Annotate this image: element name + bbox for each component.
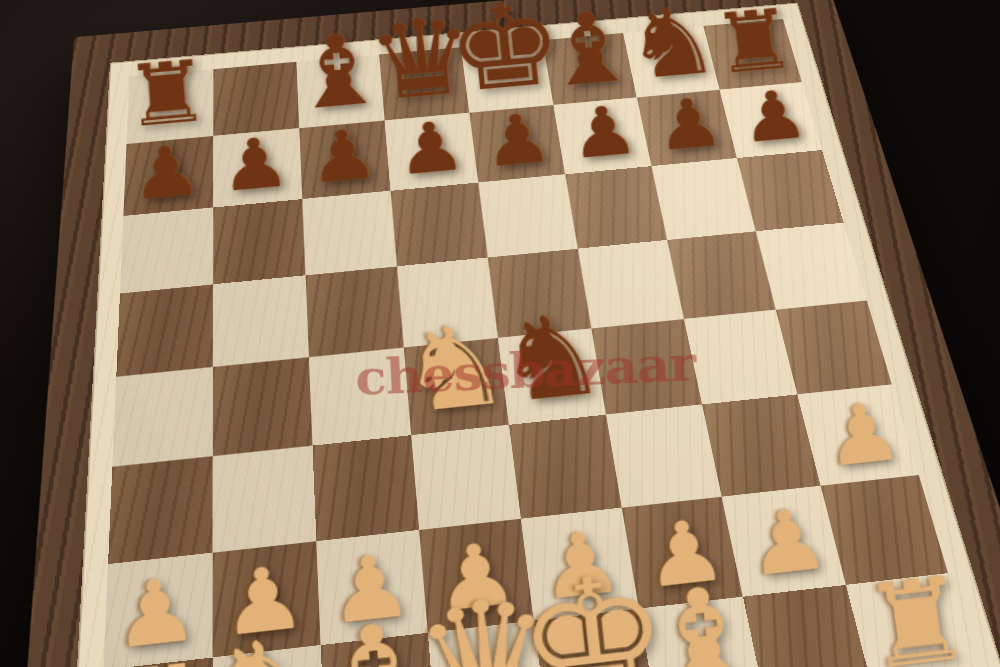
square-g5[interactable]	[667, 231, 776, 319]
square-b3[interactable]	[213, 446, 317, 553]
square-f6[interactable]	[565, 166, 667, 248]
black-pawn-g7[interactable]: ♟	[652, 87, 727, 161]
square-e6[interactable]	[478, 174, 578, 257]
photo-stage: ♜♝♛♚♝♞♜♟♟♟♟♟♟♟♟♞♞♟♟♟♟♟♟♟♟♜♞♝♛♚♝♜ chessba…	[0, 0, 1000, 667]
black-pawn-b7[interactable]: ♟	[218, 127, 293, 203]
board-perspective-wrap: ♜♝♛♚♝♞♜♟♟♟♟♟♟♟♟♞♞♟♟♟♟♟♟♟♟♜♞♝♛♚♝♜	[12, 0, 1000, 667]
board-frame: ♜♝♛♚♝♞♜♟♟♟♟♟♟♟♟♞♞♟♟♟♟♟♟♟♟♜♞♝♛♚♝♜	[12, 0, 1000, 667]
black-pawn-c7[interactable]: ♟	[306, 119, 381, 194]
square-d7[interactable]: ♟	[385, 113, 479, 191]
square-c4[interactable]	[309, 348, 411, 446]
black-pawn-f7[interactable]: ♟	[566, 95, 641, 169]
white-bishop-f1[interactable]: ♝	[632, 565, 773, 667]
square-h7[interactable]: ♟	[720, 82, 822, 158]
black-pawn-d7[interactable]: ♟	[393, 111, 468, 186]
square-h6[interactable]	[737, 150, 844, 231]
white-rook-h1[interactable]: ♜	[856, 560, 978, 667]
square-a4[interactable]	[112, 367, 213, 467]
white-pawn-h3[interactable]: ♟	[819, 390, 907, 479]
square-b6[interactable]	[213, 199, 305, 284]
white-rook-a1[interactable]: ♜	[92, 646, 213, 667]
square-e4[interactable]: ♞	[498, 329, 606, 425]
square-d3[interactable]	[411, 425, 521, 530]
square-c5[interactable]	[305, 266, 403, 357]
square-b4[interactable]	[213, 357, 313, 456]
square-a1[interactable]: ♜	[98, 658, 212, 667]
square-c6[interactable]	[302, 191, 397, 275]
black-pawn-h7[interactable]: ♟	[736, 80, 811, 153]
square-d6[interactable]	[391, 183, 488, 267]
photo-scene: ♜♝♛♚♝♞♜♟♟♟♟♟♟♟♟♞♞♟♟♟♟♟♟♟♟♜♞♝♛♚♝♜	[0, 0, 1000, 667]
square-a3[interactable]	[108, 456, 213, 564]
black-pawn-a7[interactable]: ♟	[129, 135, 204, 211]
square-b7[interactable]: ♟	[213, 128, 302, 207]
square-g3[interactable]	[702, 394, 821, 496]
square-f7[interactable]: ♟	[553, 97, 651, 174]
black-knight-e4[interactable]: ♞	[490, 296, 612, 420]
chess-board: ♜♝♛♚♝♞♜♟♟♟♟♟♟♟♟♞♞♟♟♟♟♟♟♟♟♜♞♝♛♚♝♜	[98, 19, 980, 667]
square-h5[interactable]	[756, 223, 867, 310]
square-a6[interactable]	[120, 208, 213, 294]
square-h1[interactable]: ♜	[846, 573, 980, 667]
square-f3[interactable]	[606, 404, 722, 507]
square-a5[interactable]	[116, 284, 213, 376]
black-rook-h8[interactable]: ♜	[708, 0, 801, 86]
black-rook-a8[interactable]: ♜	[121, 47, 213, 140]
square-b5[interactable]	[213, 275, 309, 367]
square-c7[interactable]: ♟	[299, 120, 390, 199]
square-c3[interactable]	[312, 435, 419, 541]
square-f1[interactable]: ♝	[639, 597, 766, 667]
square-h4[interactable]	[776, 301, 892, 395]
black-pawn-e7[interactable]: ♟	[480, 103, 555, 177]
square-e7[interactable]: ♟	[469, 105, 565, 183]
square-e3[interactable]	[509, 415, 622, 519]
square-d4[interactable]: ♞	[404, 338, 509, 435]
square-a7[interactable]: ♟	[123, 136, 213, 216]
board-border: ♜♝♛♚♝♞♜♟♟♟♟♟♟♟♟♞♞♟♟♟♟♟♟♟♟♜♞♝♛♚♝♜	[69, 3, 1000, 667]
